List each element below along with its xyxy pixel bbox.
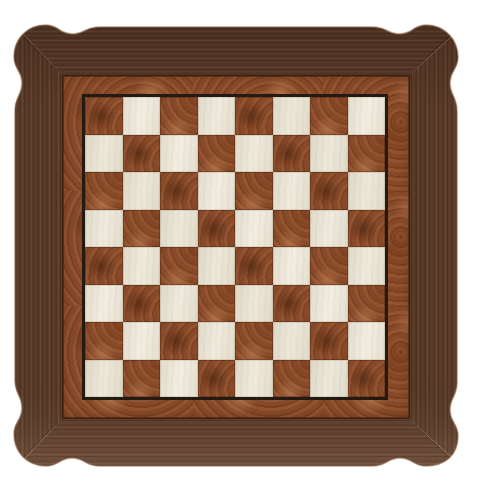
square-b7[interactable]	[123, 135, 161, 173]
square-c3[interactable]	[160, 285, 198, 323]
square-e5[interactable]	[235, 210, 273, 248]
square-g7[interactable]	[310, 135, 348, 173]
square-f3[interactable]	[273, 285, 311, 323]
square-e7[interactable]	[235, 135, 273, 173]
square-e3[interactable]	[235, 285, 273, 323]
square-g8[interactable]	[310, 97, 348, 135]
square-c8[interactable]	[160, 97, 198, 135]
square-b5[interactable]	[123, 210, 161, 248]
square-g1[interactable]	[310, 360, 348, 398]
square-e4[interactable]	[235, 247, 273, 285]
square-f4[interactable]	[273, 247, 311, 285]
square-e6[interactable]	[235, 172, 273, 210]
square-c1[interactable]	[160, 360, 198, 398]
square-g6[interactable]	[310, 172, 348, 210]
square-e1[interactable]	[235, 360, 273, 398]
square-h3[interactable]	[348, 285, 386, 323]
square-d7[interactable]	[198, 135, 236, 173]
square-f1[interactable]	[273, 360, 311, 398]
square-f2[interactable]	[273, 322, 311, 360]
square-b8[interactable]	[123, 97, 161, 135]
square-a7[interactable]	[85, 135, 123, 173]
square-a1[interactable]	[85, 360, 123, 398]
square-a6[interactable]	[85, 172, 123, 210]
square-c7[interactable]	[160, 135, 198, 173]
square-d5[interactable]	[198, 210, 236, 248]
square-b4[interactable]	[123, 247, 161, 285]
square-c2[interactable]	[160, 322, 198, 360]
square-h2[interactable]	[348, 322, 386, 360]
chess-board	[82, 94, 388, 400]
square-a5[interactable]	[85, 210, 123, 248]
square-f6[interactable]	[273, 172, 311, 210]
square-h8[interactable]	[348, 97, 386, 135]
square-g5[interactable]	[310, 210, 348, 248]
square-h6[interactable]	[348, 172, 386, 210]
square-f5[interactable]	[273, 210, 311, 248]
square-f8[interactable]	[273, 97, 311, 135]
square-c5[interactable]	[160, 210, 198, 248]
square-b3[interactable]	[123, 285, 161, 323]
square-c4[interactable]	[160, 247, 198, 285]
square-f7[interactable]	[273, 135, 311, 173]
square-g4[interactable]	[310, 247, 348, 285]
chess-table-photo	[0, 0, 480, 480]
square-h1[interactable]	[348, 360, 386, 398]
square-a8[interactable]	[85, 97, 123, 135]
square-d8[interactable]	[198, 97, 236, 135]
square-h4[interactable]	[348, 247, 386, 285]
square-d6[interactable]	[198, 172, 236, 210]
square-g2[interactable]	[310, 322, 348, 360]
square-d1[interactable]	[198, 360, 236, 398]
square-h7[interactable]	[348, 135, 386, 173]
square-g3[interactable]	[310, 285, 348, 323]
square-b1[interactable]	[123, 360, 161, 398]
square-b6[interactable]	[123, 172, 161, 210]
square-h5[interactable]	[348, 210, 386, 248]
square-e2[interactable]	[235, 322, 273, 360]
square-a4[interactable]	[85, 247, 123, 285]
square-a2[interactable]	[85, 322, 123, 360]
square-d2[interactable]	[198, 322, 236, 360]
square-d3[interactable]	[198, 285, 236, 323]
square-b2[interactable]	[123, 322, 161, 360]
square-c6[interactable]	[160, 172, 198, 210]
square-a3[interactable]	[85, 285, 123, 323]
square-d4[interactable]	[198, 247, 236, 285]
square-e8[interactable]	[235, 97, 273, 135]
